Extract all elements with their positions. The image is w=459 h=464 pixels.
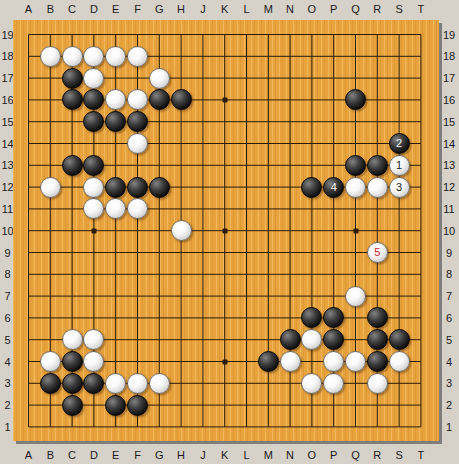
- white-stone: [345, 177, 366, 198]
- coord-label: 18: [443, 51, 455, 62]
- coord-label: 13: [1, 160, 13, 171]
- coord-label: H: [177, 4, 185, 15]
- white-stone: [323, 373, 344, 394]
- coord-label: 19: [443, 29, 455, 40]
- coord-label: 16: [1, 94, 13, 105]
- coord-label: E: [112, 4, 119, 15]
- white-stone: [127, 373, 148, 394]
- white-stone: [345, 351, 366, 372]
- go-board[interactable]: 21435: [13, 20, 439, 441]
- coord-label: J: [200, 450, 206, 461]
- black-stone: [127, 177, 148, 198]
- coord-label: 4: [446, 356, 452, 367]
- coord-label: M: [264, 4, 273, 15]
- star-point: [222, 97, 227, 102]
- black-stone: [367, 329, 388, 350]
- coord-label: 15: [1, 116, 13, 127]
- coord-label: Q: [351, 450, 360, 461]
- coord-label: 5: [4, 334, 10, 345]
- coord-label: 7: [446, 291, 452, 302]
- coord-label: G: [155, 450, 164, 461]
- star-point: [353, 228, 358, 233]
- coord-label: 19: [1, 29, 13, 40]
- white-stone: [149, 68, 170, 89]
- coord-label: 12: [1, 182, 13, 193]
- coord-label: 7: [4, 291, 10, 302]
- coord-label: 9: [4, 247, 10, 258]
- white-stone: [40, 351, 61, 372]
- black-stone: [105, 395, 126, 416]
- black-stone: [105, 177, 126, 198]
- coord-label: G: [155, 4, 164, 15]
- black-stone: [367, 351, 388, 372]
- coord-label: 15: [443, 116, 455, 127]
- coord-label: 16: [443, 94, 455, 105]
- coord-label: 12: [443, 182, 455, 193]
- white-stone: 5: [367, 242, 388, 263]
- coord-label: 11: [2, 203, 13, 214]
- coord-label: 8: [446, 269, 452, 280]
- black-stone: [149, 177, 170, 198]
- coord-label: J: [200, 4, 206, 15]
- white-stone: [127, 133, 148, 154]
- coord-label: P: [330, 4, 337, 15]
- white-stone: [83, 68, 104, 89]
- white-stone: [83, 177, 104, 198]
- black-stone: [171, 89, 192, 110]
- black-stone: [62, 89, 83, 110]
- coord-label: 14: [443, 138, 455, 149]
- white-stone: 1: [389, 155, 410, 176]
- coord-label: A: [25, 4, 32, 15]
- coord-label: E: [112, 450, 119, 461]
- black-stone: [40, 373, 61, 394]
- coord-label: C: [68, 4, 76, 15]
- coord-label: D: [90, 4, 98, 15]
- move-number: 2: [396, 138, 402, 149]
- coord-label: Q: [351, 4, 360, 15]
- white-stone: [171, 220, 192, 241]
- white-stone: [62, 329, 83, 350]
- coord-label: 18: [1, 51, 13, 62]
- star-point: [91, 228, 96, 233]
- move-number: 5: [374, 247, 380, 258]
- coord-label: F: [134, 450, 141, 461]
- black-stone: [62, 395, 83, 416]
- white-stone: [280, 351, 301, 372]
- coord-label: T: [418, 450, 425, 461]
- black-stone: 2: [389, 133, 410, 154]
- white-stone: [40, 177, 61, 198]
- coord-label: N: [286, 4, 294, 15]
- coord-label: 13: [443, 160, 455, 171]
- white-stone: [367, 373, 388, 394]
- coord-label: S: [395, 450, 402, 461]
- move-number: 1: [396, 160, 402, 171]
- black-stone: [389, 329, 410, 350]
- coord-label: 9: [446, 247, 452, 258]
- coord-label: 4: [4, 356, 10, 367]
- coord-label: K: [221, 4, 228, 15]
- black-stone: [367, 155, 388, 176]
- black-stone: [258, 351, 279, 372]
- coord-label: O: [308, 450, 317, 461]
- coord-label: P: [330, 450, 337, 461]
- black-stone: [127, 395, 148, 416]
- coord-label: 17: [1, 73, 13, 84]
- coord-label: B: [47, 4, 54, 15]
- white-stone: [62, 46, 83, 67]
- black-stone: [62, 351, 83, 372]
- coord-label: 6: [4, 312, 10, 323]
- star-point: [222, 359, 227, 364]
- black-stone: [280, 329, 301, 350]
- coord-label: M: [264, 450, 273, 461]
- white-stone: [345, 286, 366, 307]
- coord-label: 2: [446, 400, 452, 411]
- coord-label: B: [47, 450, 54, 461]
- coord-label: A: [25, 450, 32, 461]
- white-stone: 3: [389, 177, 410, 198]
- white-stone: [367, 177, 388, 198]
- black-stone: [62, 155, 83, 176]
- coord-label: L: [243, 4, 249, 15]
- coord-label: 6: [446, 312, 452, 323]
- white-stone: [105, 373, 126, 394]
- white-stone: [127, 46, 148, 67]
- star-point: [222, 228, 227, 233]
- coord-label: 2: [4, 400, 10, 411]
- coord-label: 5: [446, 334, 452, 345]
- coord-label: 8: [4, 269, 10, 280]
- black-stone: [62, 68, 83, 89]
- white-stone: [105, 46, 126, 67]
- coord-label: 14: [1, 138, 13, 149]
- go-app-window: ABCDEFGHJKLMNOPQRST ABCDEFGHJKLMNOPQRST …: [0, 0, 459, 464]
- coord-label: T: [418, 4, 425, 15]
- coord-label: 1: [4, 421, 10, 432]
- black-stone: [301, 177, 322, 198]
- coord-label: 17: [443, 73, 455, 84]
- coord-label: 10: [443, 225, 455, 236]
- black-stone: 4: [323, 177, 344, 198]
- coord-label: O: [308, 4, 317, 15]
- white-stone: [149, 373, 170, 394]
- coord-label: R: [373, 450, 381, 461]
- black-stone: [345, 155, 366, 176]
- coord-label: N: [286, 450, 294, 461]
- move-number: 3: [396, 182, 402, 193]
- coord-label: 1: [446, 421, 452, 432]
- coord-label: C: [68, 450, 76, 461]
- coord-label: 11: [443, 203, 454, 214]
- white-stone: [40, 46, 61, 67]
- coord-label: 3: [446, 378, 452, 389]
- black-stone: [62, 373, 83, 394]
- coord-label: 3: [4, 378, 10, 389]
- coord-label: L: [243, 450, 249, 461]
- coord-label: 10: [1, 225, 13, 236]
- coord-label: K: [221, 450, 228, 461]
- white-stone: [389, 351, 410, 372]
- coord-label: D: [90, 450, 98, 461]
- coord-label: H: [177, 450, 185, 461]
- coord-label: S: [395, 4, 402, 15]
- coord-label: R: [373, 4, 381, 15]
- move-number: 4: [331, 182, 337, 193]
- coord-label: F: [134, 4, 141, 15]
